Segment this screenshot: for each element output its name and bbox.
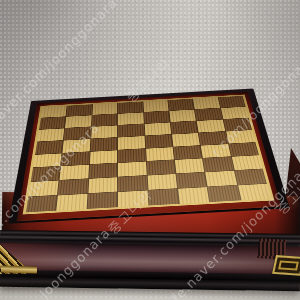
square bbox=[118, 136, 145, 150]
square bbox=[89, 163, 117, 178]
square bbox=[35, 140, 63, 154]
square bbox=[235, 169, 267, 185]
square bbox=[238, 184, 271, 200]
square bbox=[60, 165, 89, 180]
chessboard-grid bbox=[26, 96, 271, 212]
square bbox=[173, 145, 202, 159]
square bbox=[90, 137, 117, 151]
square bbox=[176, 173, 207, 189]
square bbox=[31, 167, 61, 182]
square bbox=[33, 153, 62, 167]
square bbox=[226, 130, 255, 143]
square bbox=[118, 162, 146, 177]
square bbox=[197, 119, 225, 132]
square bbox=[88, 177, 117, 193]
square bbox=[118, 112, 143, 124]
square bbox=[118, 124, 144, 137]
square bbox=[195, 108, 222, 120]
square bbox=[92, 103, 117, 115]
square bbox=[169, 110, 196, 122]
brass-corner-bar-icon bbox=[1, 265, 37, 273]
square bbox=[87, 192, 117, 209]
square bbox=[208, 186, 240, 202]
chessboard-top-face bbox=[8, 89, 290, 224]
square bbox=[58, 179, 88, 195]
square bbox=[118, 191, 148, 208]
square bbox=[175, 159, 205, 174]
square bbox=[221, 107, 249, 119]
square bbox=[172, 133, 200, 147]
square bbox=[90, 150, 117, 164]
chess-box-photo: cafe.naver.com/joonggonara중고나라cafe.naver… bbox=[0, 0, 300, 300]
square bbox=[193, 97, 220, 109]
square bbox=[144, 122, 171, 135]
square bbox=[145, 134, 172, 148]
square bbox=[148, 189, 179, 206]
square bbox=[178, 187, 209, 204]
square bbox=[28, 181, 58, 197]
square bbox=[91, 125, 117, 138]
square bbox=[92, 114, 117, 126]
square bbox=[61, 152, 89, 166]
square bbox=[37, 128, 64, 141]
square bbox=[63, 139, 90, 153]
square bbox=[203, 157, 233, 172]
square bbox=[232, 155, 263, 170]
square bbox=[118, 176, 147, 192]
square bbox=[144, 111, 170, 123]
square bbox=[64, 127, 91, 140]
square bbox=[39, 117, 66, 129]
square bbox=[146, 160, 175, 175]
square bbox=[143, 100, 168, 112]
square bbox=[57, 194, 88, 211]
square bbox=[205, 171, 236, 187]
board-veneer-border bbox=[23, 94, 275, 214]
square bbox=[223, 118, 252, 131]
square bbox=[118, 149, 145, 163]
square bbox=[201, 144, 231, 158]
square bbox=[147, 174, 177, 190]
square bbox=[65, 115, 91, 127]
square bbox=[199, 131, 228, 144]
square bbox=[26, 196, 57, 213]
brass-plate-icon bbox=[272, 255, 300, 276]
square bbox=[171, 121, 198, 134]
square bbox=[146, 147, 174, 161]
square bbox=[229, 142, 259, 156]
